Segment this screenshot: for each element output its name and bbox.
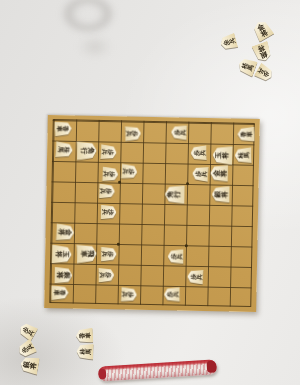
shogi-piece-歩[interactable]: 歩兵: [20, 323, 35, 339]
piece-kanji: 金将: [56, 228, 71, 237]
piece-kanji: 銀将: [255, 43, 267, 59]
shogi-piece-角[interactable]: 角行: [77, 140, 96, 160]
shogi-piece-歩[interactable]: 歩兵: [191, 145, 206, 161]
shogi-piece-金[interactable]: 金将: [254, 21, 271, 39]
shogi-piece-香[interactable]: 香車: [52, 284, 67, 301]
piece-kanji: 歩兵: [191, 273, 204, 281]
board-grid[interactable]: 香車桂馬金将玉将銀将香車角行飛車歩兵歩兵歩兵歩兵歩兵歩兵歩兵歩兵歩兵歩兵角行歩兵…: [49, 119, 254, 307]
piece-kanji: 歩兵: [194, 149, 206, 156]
piece-kanji: 歩兵: [21, 326, 35, 338]
shogi-piece-歩[interactable]: 歩兵: [99, 183, 114, 199]
piece-kanji: 金将: [256, 23, 270, 39]
piece-kanji: 玉将: [215, 151, 230, 160]
pencil-case-left-cap: [98, 368, 107, 379]
shogi-piece-歩[interactable]: 歩兵: [193, 166, 208, 182]
shogi-piece-歩[interactable]: 歩兵: [102, 166, 117, 182]
piece-kanji: 桂馬: [79, 347, 91, 354]
piece-kanji: 銀将: [22, 360, 37, 370]
hoshi-dot: [118, 181, 121, 184]
shogi-piece-歩[interactable]: 歩兵: [100, 204, 115, 220]
shogi-piece-金[interactable]: 金将: [56, 224, 73, 242]
piece-kanji: 歩兵: [174, 129, 186, 136]
piece-kanji: 銀将: [55, 271, 69, 279]
piece-kanji: 歩兵: [170, 253, 182, 260]
table-smudge: [52, 0, 124, 40]
shogi-piece-歩[interactable]: 歩兵: [121, 286, 136, 302]
pencil-case: [98, 359, 218, 381]
piece-kanji: 歩兵: [101, 209, 113, 216]
shogi-piece-桂[interactable]: 桂馬: [239, 58, 255, 75]
shogi-piece-歩[interactable]: 歩兵: [125, 125, 140, 141]
shogi-piece-金[interactable]: 金将: [211, 164, 228, 182]
piece-kanji: 歩兵: [102, 170, 115, 178]
piece-kanji: 銀将: [215, 190, 229, 198]
shogi-piece-歩[interactable]: 歩兵: [168, 249, 183, 265]
shogi-piece-角[interactable]: 角行: [165, 185, 184, 205]
shogi-piece-銀[interactable]: 銀将: [212, 185, 229, 203]
piece-kanji: 桂馬: [241, 61, 255, 72]
shogi-piece-歩[interactable]: 歩兵: [101, 144, 116, 160]
shogi-piece-飛[interactable]: 飛車: [77, 243, 96, 263]
shogi-piece-歩[interactable]: 歩兵: [98, 267, 113, 283]
piece-kanji: 角行: [80, 146, 94, 154]
piece-kanji: 歩兵: [126, 130, 138, 137]
piece-kanji: 歩兵: [99, 187, 111, 194]
shogi-piece-歩[interactable]: 歩兵: [221, 34, 236, 50]
shogi-piece-歩[interactable]: 歩兵: [171, 125, 186, 141]
shogi-piece-桂[interactable]: 桂馬: [77, 343, 93, 360]
piece-kanji: 金将: [213, 169, 227, 177]
piece-kanji: 飛車: [79, 249, 94, 258]
hoshi-dot: [184, 244, 187, 247]
piece-kanji: 香車: [241, 130, 253, 137]
piece-kanji: 歩兵: [122, 167, 135, 175]
shogi-piece-玉[interactable]: 玉将: [213, 145, 232, 165]
shogi-piece-香[interactable]: 香車: [55, 120, 70, 137]
piece-kanji: 歩兵: [256, 66, 270, 78]
shogi-piece-香[interactable]: 香車: [238, 125, 253, 142]
shogi-piece-桂[interactable]: 桂馬: [235, 147, 251, 164]
piece-kanji: 香車: [53, 289, 65, 296]
shogi-piece-銀[interactable]: 銀将: [254, 43, 271, 61]
piece-kanji: 桂馬: [57, 146, 70, 154]
piece-kanji: 歩兵: [222, 37, 236, 47]
piece-kanji: 歩兵: [99, 272, 111, 279]
piece-kanji: 玉将: [54, 250, 69, 259]
piece-kanji: 歩兵: [20, 342, 34, 354]
hoshi-dot: [117, 242, 120, 245]
piece-kanji: 歩兵: [122, 291, 135, 299]
shogi-board[interactable]: 香車桂馬金将玉将銀将香車角行飛車歩兵歩兵歩兵歩兵歩兵歩兵歩兵歩兵歩兵歩兵角行歩兵…: [44, 115, 260, 312]
shogi-piece-銀[interactable]: 銀将: [21, 356, 38, 374]
shogi-piece-歩[interactable]: 歩兵: [101, 246, 116, 262]
piece-kanji: 歩兵: [167, 291, 179, 298]
piece-kanji: 角行: [168, 191, 182, 199]
shogi-piece-歩[interactable]: 歩兵: [257, 65, 272, 81]
table-smudge: [70, 30, 120, 64]
piece-kanji: 桂馬: [237, 152, 249, 159]
shogi-piece-歩[interactable]: 歩兵: [188, 269, 203, 285]
shogi-piece-歩[interactable]: 歩兵: [19, 341, 34, 357]
piece-kanji: 歩兵: [102, 251, 114, 258]
shogi-piece-玉[interactable]: 玉将: [52, 244, 71, 264]
shogi-piece-桂[interactable]: 桂馬: [56, 142, 72, 159]
piece-kanji: 歩兵: [195, 170, 208, 178]
shogi-piece-歩[interactable]: 歩兵: [122, 163, 137, 179]
piece-kanji: 香車: [56, 125, 68, 132]
hoshi-dot: [186, 182, 189, 185]
pencil-case-right-cap: [207, 360, 218, 373]
shogi-piece-香[interactable]: 香車: [77, 327, 92, 344]
piece-kanji: 香車: [78, 331, 91, 339]
pencil-case-weave: [98, 359, 218, 381]
shogi-piece-銀[interactable]: 銀将: [54, 266, 71, 284]
table-surface: 香車桂馬金将玉将銀将香車角行飛車歩兵歩兵歩兵歩兵歩兵歩兵歩兵歩兵歩兵歩兵角行歩兵…: [0, 0, 300, 385]
shogi-piece-歩[interactable]: 歩兵: [164, 286, 179, 302]
piece-kanji: 歩兵: [101, 149, 114, 157]
